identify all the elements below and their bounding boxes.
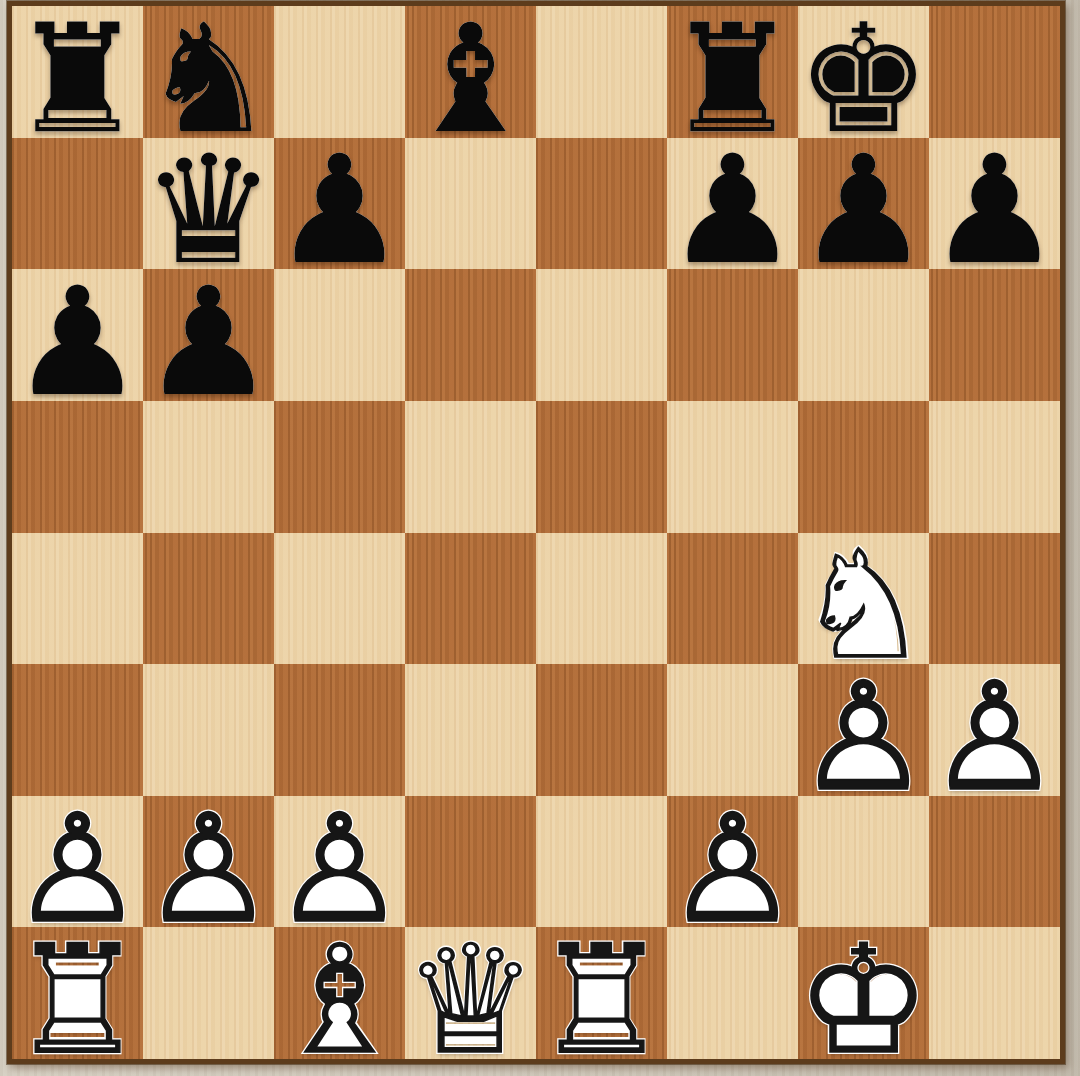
- white-king-icon: ♔: [798, 934, 929, 1066]
- white-pawn-icon: ♙: [798, 671, 929, 803]
- square-d1[interactable]: ♛♕: [405, 927, 536, 1059]
- square-a4[interactable]: [12, 533, 143, 665]
- white-bishop-icon: ♗: [274, 934, 405, 1066]
- white-pawn-icon: ♙: [667, 803, 798, 935]
- square-a8[interactable]: ♜♜: [12, 6, 143, 138]
- square-d4[interactable]: [405, 533, 536, 665]
- black-pawn-icon: ♟: [798, 145, 929, 277]
- square-c1[interactable]: ♝♗: [274, 927, 405, 1059]
- square-f1[interactable]: [667, 927, 798, 1059]
- white-rook-icon: ♖: [536, 934, 667, 1066]
- square-a3[interactable]: [12, 664, 143, 796]
- square-b4[interactable]: [143, 533, 274, 665]
- black-pawn-icon: ♟: [274, 145, 405, 277]
- piece-black-pawn[interactable]: ♟♟: [667, 138, 798, 270]
- square-c5[interactable]: [274, 401, 405, 533]
- black-rook-icon: ♜: [12, 13, 143, 145]
- square-e3[interactable]: [536, 664, 667, 796]
- square-f4[interactable]: [667, 533, 798, 665]
- square-f8[interactable]: ♜♜: [667, 6, 798, 138]
- square-c4[interactable]: [274, 533, 405, 665]
- piece-black-knight[interactable]: ♞♞: [143, 6, 274, 138]
- page-background: { "game": "chess", "orientation": "white…: [0, 0, 1080, 1076]
- piece-white-pawn[interactable]: ♟♙: [667, 796, 798, 928]
- square-a1[interactable]: ♜♖: [12, 927, 143, 1059]
- square-c2[interactable]: ♟♙: [274, 796, 405, 928]
- white-pawn-icon: ♙: [143, 803, 274, 935]
- square-g7[interactable]: ♟♟: [798, 138, 929, 270]
- square-h3[interactable]: ♟♙: [929, 664, 1060, 796]
- square-b2[interactable]: ♟♙: [143, 796, 274, 928]
- white-pawn-icon: ♙: [929, 671, 1060, 803]
- piece-black-rook[interactable]: ♜♜: [12, 6, 143, 138]
- square-h2[interactable]: [929, 796, 1060, 928]
- piece-black-rook[interactable]: ♜♜: [667, 6, 798, 138]
- square-a7[interactable]: [12, 138, 143, 270]
- square-f6[interactable]: [667, 269, 798, 401]
- piece-white-pawn[interactable]: ♟♙: [929, 664, 1060, 796]
- piece-black-pawn[interactable]: ♟♟: [798, 138, 929, 270]
- square-e4[interactable]: [536, 533, 667, 665]
- piece-white-rook[interactable]: ♜♖: [536, 927, 667, 1059]
- square-h4[interactable]: [929, 533, 1060, 665]
- square-b5[interactable]: [143, 401, 274, 533]
- square-h5[interactable]: [929, 401, 1060, 533]
- square-d3[interactable]: [405, 664, 536, 796]
- chess-board: ♜♜♞♞♝♝♜♜♚♚♛♛♟♟♟♟♟♟♟♟♟♟♟♟♞♘♟♙♟♙♟♙♟♙♟♙♟♙♜♖…: [12, 6, 1060, 1059]
- piece-white-king[interactable]: ♚♔: [798, 927, 929, 1059]
- square-e8[interactable]: [536, 6, 667, 138]
- square-a2[interactable]: ♟♙: [12, 796, 143, 928]
- square-d8[interactable]: ♝♝: [405, 6, 536, 138]
- piece-white-pawn[interactable]: ♟♙: [143, 796, 274, 928]
- black-pawn-icon: ♟: [143, 276, 274, 408]
- square-h7[interactable]: ♟♟: [929, 138, 1060, 270]
- square-g6[interactable]: [798, 269, 929, 401]
- square-h6[interactable]: [929, 269, 1060, 401]
- square-b1[interactable]: [143, 927, 274, 1059]
- square-a5[interactable]: [12, 401, 143, 533]
- piece-black-pawn[interactable]: ♟♟: [929, 138, 1060, 270]
- white-queen-icon: ♕: [405, 934, 536, 1066]
- square-d2[interactable]: [405, 796, 536, 928]
- piece-white-pawn[interactable]: ♟♙: [12, 796, 143, 928]
- square-g4[interactable]: ♞♘: [798, 533, 929, 665]
- square-e5[interactable]: [536, 401, 667, 533]
- piece-white-pawn[interactable]: ♟♙: [798, 664, 929, 796]
- square-d7[interactable]: [405, 138, 536, 270]
- piece-black-pawn[interactable]: ♟♟: [12, 269, 143, 401]
- black-pawn-icon: ♟: [667, 145, 798, 277]
- black-pawn-icon: ♟: [12, 276, 143, 408]
- board-frame: ♜♜♞♞♝♝♜♜♚♚♛♛♟♟♟♟♟♟♟♟♟♟♟♟♞♘♟♙♟♙♟♙♟♙♟♙♟♙♜♖…: [7, 1, 1065, 1064]
- square-e6[interactable]: [536, 269, 667, 401]
- black-pawn-icon: ♟: [929, 145, 1060, 277]
- square-f2[interactable]: ♟♙: [667, 796, 798, 928]
- piece-white-queen[interactable]: ♛♕: [405, 927, 536, 1059]
- square-g8[interactable]: ♚♚: [798, 6, 929, 138]
- square-g1[interactable]: ♚♔: [798, 927, 929, 1059]
- square-e1[interactable]: ♜♖: [536, 927, 667, 1059]
- piece-white-knight[interactable]: ♞♘: [798, 533, 929, 665]
- piece-black-bishop[interactable]: ♝♝: [405, 6, 536, 138]
- square-b8[interactable]: ♞♞: [143, 6, 274, 138]
- square-f3[interactable]: [667, 664, 798, 796]
- piece-black-pawn[interactable]: ♟♟: [143, 269, 274, 401]
- square-b6[interactable]: ♟♟: [143, 269, 274, 401]
- square-f7[interactable]: ♟♟: [667, 138, 798, 270]
- piece-black-king[interactable]: ♚♚: [798, 6, 929, 138]
- square-c8[interactable]: [274, 6, 405, 138]
- square-f5[interactable]: [667, 401, 798, 533]
- piece-white-bishop[interactable]: ♝♗: [274, 927, 405, 1059]
- piece-white-pawn[interactable]: ♟♙: [274, 796, 405, 928]
- square-d6[interactable]: [405, 269, 536, 401]
- piece-white-rook[interactable]: ♜♖: [12, 927, 143, 1059]
- square-h8[interactable]: [929, 6, 1060, 138]
- piece-black-pawn[interactable]: ♟♟: [274, 138, 405, 270]
- white-rook-icon: ♖: [12, 934, 143, 1066]
- square-g2[interactable]: [798, 796, 929, 928]
- square-g3[interactable]: ♟♙: [798, 664, 929, 796]
- black-bishop-icon: ♝: [405, 13, 536, 145]
- square-c7[interactable]: ♟♟: [274, 138, 405, 270]
- square-c3[interactable]: [274, 664, 405, 796]
- square-e7[interactable]: [536, 138, 667, 270]
- square-a6[interactable]: ♟♟: [12, 269, 143, 401]
- square-d5[interactable]: [405, 401, 536, 533]
- square-g5[interactable]: [798, 401, 929, 533]
- square-c6[interactable]: [274, 269, 405, 401]
- square-b3[interactable]: [143, 664, 274, 796]
- piece-black-queen[interactable]: ♛♛: [143, 138, 274, 270]
- square-e2[interactable]: [536, 796, 667, 928]
- square-h1[interactable]: [929, 927, 1060, 1059]
- square-b7[interactable]: ♛♛: [143, 138, 274, 270]
